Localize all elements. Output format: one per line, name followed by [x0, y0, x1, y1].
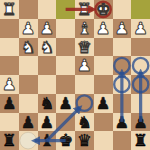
square-c8[interactable]	[94, 131, 113, 150]
square-g3[interactable]: ♞	[19, 38, 38, 57]
square-e8[interactable]: ♚	[56, 131, 75, 150]
piece-wQ-d3[interactable]: ♛	[75, 38, 94, 57]
square-h6[interactable]: ♟	[0, 94, 19, 113]
square-g1[interactable]	[19, 0, 38, 19]
piece-bK-e8[interactable]: ♚	[56, 131, 75, 150]
piece-wP-d4[interactable]: ♟	[75, 56, 94, 75]
square-d4[interactable]: ♟	[75, 56, 94, 75]
piece-wN-f3[interactable]: ♞	[38, 38, 57, 57]
piece-bP-e6[interactable]: ♟	[56, 94, 75, 113]
square-f2[interactable]: ♟	[38, 19, 57, 38]
square-h3[interactable]	[0, 38, 19, 57]
square-g8[interactable]	[19, 131, 38, 150]
square-e6[interactable]: ♟	[56, 94, 75, 113]
square-a2[interactable]: ♟	[131, 19, 150, 38]
piece-bP-f7[interactable]: ♟	[38, 113, 57, 132]
square-a6[interactable]	[131, 94, 150, 113]
piece-wB-d2[interactable]: ♝	[75, 19, 94, 38]
square-g4[interactable]	[19, 56, 38, 75]
square-c2[interactable]: ♟	[94, 19, 113, 38]
square-b1[interactable]	[113, 0, 132, 19]
square-b4[interactable]	[113, 56, 132, 75]
square-f6[interactable]: ♞	[38, 94, 57, 113]
board-squares: ♜♜♚♟♟♝♟♟♟♞♞♛♟♟♟♞♟♟♟♟♞♟♟♜♝♚♛♜	[0, 0, 150, 150]
square-g5[interactable]	[19, 75, 38, 94]
square-e7[interactable]	[56, 113, 75, 132]
square-h8[interactable]: ♜	[0, 131, 19, 150]
piece-wP-h5[interactable]: ♟	[0, 75, 19, 94]
square-d6[interactable]	[75, 94, 94, 113]
piece-wP-b2[interactable]: ♟	[113, 19, 132, 38]
square-d7[interactable]: ♞	[75, 113, 94, 132]
piece-bB-f8[interactable]: ♝	[38, 131, 57, 150]
square-h4[interactable]	[0, 56, 19, 75]
square-b8[interactable]	[113, 131, 132, 150]
piece-wP-c2[interactable]: ♟	[94, 19, 113, 38]
square-e4[interactable]	[56, 56, 75, 75]
square-g6[interactable]	[19, 94, 38, 113]
piece-bP-g7[interactable]: ♟	[19, 113, 38, 132]
square-g7[interactable]: ♟	[19, 113, 38, 132]
piece-wP-a2[interactable]: ♟	[131, 19, 150, 38]
square-a1[interactable]	[131, 0, 150, 19]
piece-wK-c1[interactable]: ♚	[94, 0, 113, 19]
piece-bR-a8[interactable]: ♜	[131, 131, 150, 150]
piece-wP-g2[interactable]: ♟	[19, 19, 38, 38]
piece-bP-h6[interactable]: ♟	[0, 94, 19, 113]
piece-wP-f2[interactable]: ♟	[38, 19, 57, 38]
square-a5[interactable]	[131, 75, 150, 94]
square-c5[interactable]	[94, 75, 113, 94]
square-d1[interactable]: ♜	[75, 0, 94, 19]
square-d5[interactable]	[75, 75, 94, 94]
square-c4[interactable]	[94, 56, 113, 75]
square-h7[interactable]	[0, 113, 19, 132]
square-a3[interactable]	[131, 38, 150, 57]
square-b3[interactable]	[113, 38, 132, 57]
square-f7[interactable]: ♟	[38, 113, 57, 132]
piece-wR-h1[interactable]: ♜	[0, 0, 19, 19]
square-f5[interactable]	[38, 75, 57, 94]
square-e2[interactable]	[56, 19, 75, 38]
piece-bN-d7[interactable]: ♞	[75, 113, 94, 132]
piece-wN-g3[interactable]: ♞	[19, 38, 38, 57]
chess-board: ♜♜♚♟♟♝♟♟♟♞♞♛♟♟♟♞♟♟♟♟♞♟♟♜♝♚♛♜	[0, 0, 150, 150]
square-d3[interactable]: ♛	[75, 38, 94, 57]
square-h2[interactable]	[0, 19, 19, 38]
square-e1[interactable]	[56, 0, 75, 19]
piece-bP-c6[interactable]: ♟	[94, 94, 113, 113]
square-f1[interactable]	[38, 0, 57, 19]
square-h5[interactable]: ♟	[0, 75, 19, 94]
square-a4[interactable]	[131, 56, 150, 75]
square-g2[interactable]: ♟	[19, 19, 38, 38]
piece-bP-a7[interactable]: ♟	[131, 113, 150, 132]
square-h1[interactable]: ♜	[0, 0, 19, 19]
square-a7[interactable]: ♟	[131, 113, 150, 132]
square-d8[interactable]: ♛	[75, 131, 94, 150]
piece-bN-f6[interactable]: ♞	[38, 94, 57, 113]
piece-wR-d1[interactable]: ♜	[75, 0, 94, 19]
square-c6[interactable]: ♟	[94, 94, 113, 113]
square-c3[interactable]	[94, 38, 113, 57]
square-e3[interactable]	[56, 38, 75, 57]
square-e5[interactable]	[56, 75, 75, 94]
square-a8[interactable]: ♜	[131, 131, 150, 150]
square-b5[interactable]	[113, 75, 132, 94]
square-b7[interactable]: ♟	[113, 113, 132, 132]
square-f4[interactable]	[38, 56, 57, 75]
square-c7[interactable]	[94, 113, 113, 132]
square-d2[interactable]: ♝	[75, 19, 94, 38]
piece-bQ-d8[interactable]: ♛	[75, 131, 94, 150]
square-b2[interactable]: ♟	[113, 19, 132, 38]
square-b6[interactable]	[113, 94, 132, 113]
piece-bR-h8[interactable]: ♜	[0, 131, 19, 150]
square-f3[interactable]: ♞	[38, 38, 57, 57]
square-c1[interactable]: ♚	[94, 0, 113, 19]
square-f8[interactable]: ♝	[38, 131, 57, 150]
piece-bP-b7[interactable]: ♟	[113, 113, 132, 132]
